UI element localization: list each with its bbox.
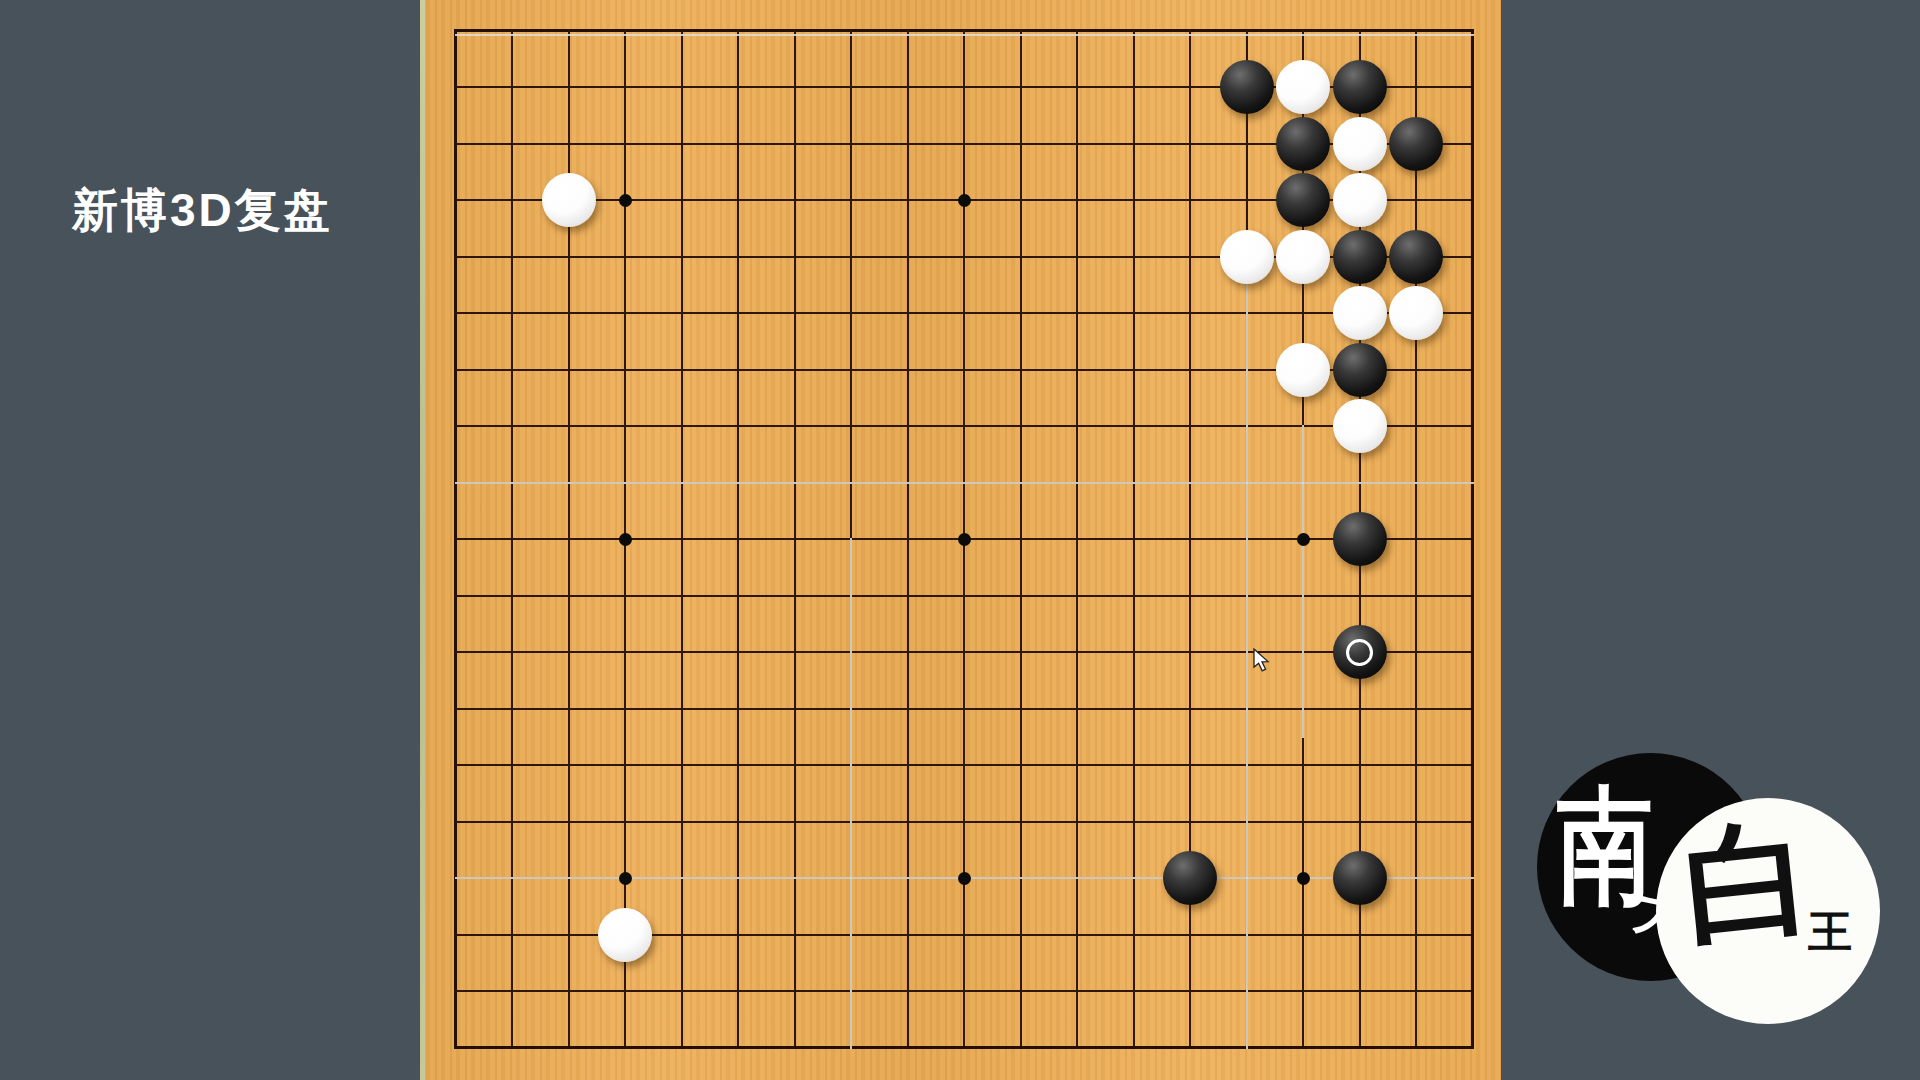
- white-stone: [1333, 173, 1387, 227]
- grid-line: [1133, 30, 1135, 1049]
- black-stone: [1276, 173, 1330, 227]
- star-point: [958, 194, 971, 207]
- star-point: [1297, 533, 1310, 546]
- black-stone: [1333, 512, 1387, 566]
- white-stone: [542, 173, 596, 227]
- black-stone: [1333, 343, 1387, 397]
- board-left-edge: [420, 0, 425, 1080]
- black-stone: [1333, 625, 1387, 679]
- app-window: 新博3D复盘 南 大 白 王: [0, 0, 1920, 1080]
- grid-line: [1020, 30, 1022, 1049]
- black-stone: [1389, 117, 1443, 171]
- last-move-marker: [1346, 639, 1373, 666]
- white-stone: [1220, 230, 1274, 284]
- white-stone: [1276, 343, 1330, 397]
- black-stone: [1276, 117, 1330, 171]
- star-point: [619, 872, 632, 885]
- grid-highlight-line: [850, 538, 852, 1049]
- grid-line: [1415, 30, 1417, 1049]
- white-stone: [1333, 117, 1387, 171]
- grid-line: [455, 595, 1474, 597]
- white-stone: [1276, 230, 1330, 284]
- grid-line: [1076, 30, 1078, 1049]
- grid-line: [1471, 29, 1474, 1049]
- black-stone: [1333, 60, 1387, 114]
- white-stone: [1333, 286, 1387, 340]
- white-stone: [598, 908, 652, 962]
- go-board[interactable]: [420, 0, 1501, 1080]
- white-stone: [1333, 399, 1387, 453]
- white-stone: [1389, 286, 1443, 340]
- black-stone: [1333, 851, 1387, 905]
- watermark-title: 新博3D复盘: [72, 180, 342, 240]
- star-point: [619, 194, 632, 207]
- grid-highlight-line: [455, 482, 1474, 484]
- white-stone: [1276, 60, 1330, 114]
- logo-white-stone: 白 王: [1656, 798, 1880, 1024]
- grid-line: [455, 821, 1474, 823]
- grid-line: [455, 990, 1474, 992]
- star-point: [1297, 872, 1310, 885]
- grid-highlight-line: [1246, 256, 1248, 1049]
- grid-line: [454, 1046, 1474, 1049]
- grid-line: [455, 651, 1474, 653]
- grid-highlight-line: [455, 34, 1474, 36]
- grid-highlight-line: [1302, 425, 1304, 738]
- star-point: [958, 533, 971, 546]
- black-stone: [1333, 230, 1387, 284]
- logo-char-bai: 白: [1678, 812, 1819, 953]
- black-stone: [1163, 851, 1217, 905]
- logo-char-wang: 王: [1808, 910, 1852, 954]
- mouse-cursor: [1253, 648, 1273, 674]
- grid-line: [455, 764, 1474, 766]
- grid-line: [455, 708, 1474, 710]
- star-point: [958, 872, 971, 885]
- black-stone: [1220, 60, 1274, 114]
- star-point: [619, 533, 632, 546]
- black-stone: [1389, 230, 1443, 284]
